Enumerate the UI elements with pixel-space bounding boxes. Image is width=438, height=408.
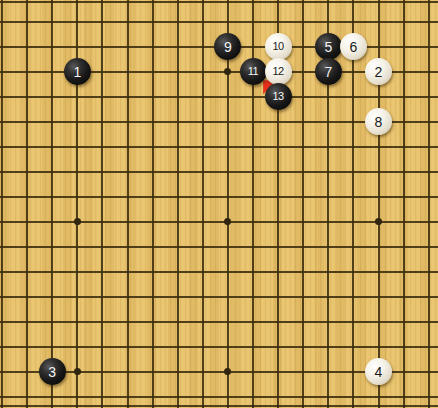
move-number-label: 4: [375, 365, 383, 379]
move-number-label: 10: [272, 41, 283, 52]
star-point-c16-r10: [375, 218, 382, 225]
grid-line-h-10: [0, 221, 438, 223]
stone-5-black-N17: 5: [315, 33, 342, 60]
grid-line-h-11: [0, 246, 438, 248]
move-number-label: 2: [375, 65, 383, 79]
grid-line-v-17: [403, 0, 405, 408]
star-point-c4-r16: [74, 368, 81, 375]
stone-3-black-C4: 3: [39, 358, 66, 385]
move-number-label: 5: [324, 40, 332, 54]
grid-line-h-13: [0, 296, 438, 298]
star-point-c10-r10: [224, 218, 231, 225]
move-number-label: 9: [224, 40, 232, 54]
board-bottom-edge-line: [0, 405, 438, 407]
stone-10-white-M17: 10: [265, 33, 292, 60]
stone-12-white-M16: 12: [265, 58, 292, 85]
stone-6-white-O17: 6: [340, 33, 367, 60]
stone-1-black-D16: 1: [64, 58, 91, 85]
move-number-label: 11: [248, 66, 258, 77]
grid-line-h-15: [0, 346, 438, 348]
stone-2-white-Q16: 2: [365, 58, 392, 85]
go-board[interactable]: 12345678910111213: [0, 0, 438, 408]
star-point-c4-r10: [74, 218, 81, 225]
stone-4-white-Q4: 4: [365, 358, 392, 385]
star-point-c10-r16: [224, 368, 231, 375]
stone-13-black-M15: 13: [265, 83, 292, 110]
move-number-label: 7: [324, 65, 332, 79]
grid-line-h-17: [0, 396, 438, 398]
grid-line-h-12: [0, 271, 438, 273]
grid-line-h-1: [0, 1, 438, 3]
grid-line-h-9: [0, 196, 438, 198]
stone-7-black-N16: 7: [315, 58, 342, 85]
move-number-label: 8: [375, 115, 383, 129]
move-number-label: 6: [349, 40, 357, 54]
move-number-label: 12: [272, 66, 283, 77]
grid-line-h-7: [0, 146, 438, 148]
stone-11-black-L16: 11: [240, 58, 267, 85]
grid-line-h-8: [0, 171, 438, 173]
move-number-label: 1: [73, 65, 81, 79]
move-number-label: 13: [272, 91, 283, 102]
grid-line-h-2: [0, 21, 438, 23]
grid-line-v-18: [428, 0, 430, 408]
stone-8-white-Q14: 8: [365, 108, 392, 135]
grid-line-h-5: [0, 96, 438, 98]
star-point-c10-r4: [224, 68, 231, 75]
move-number-label: 3: [48, 365, 56, 379]
stone-9-black-K17: 9: [214, 33, 241, 60]
grid-line-h-14: [0, 321, 438, 323]
